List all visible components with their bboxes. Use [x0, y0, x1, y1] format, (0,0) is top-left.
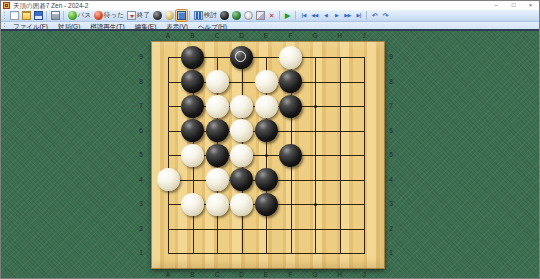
- analyze-button[interactable]: 検討: [193, 10, 218, 21]
- coord-label: C: [211, 32, 223, 40]
- pass-button-label: パス: [78, 11, 91, 20]
- coord-label: 1: [135, 249, 147, 257]
- undo-button[interactable]: 待った: [93, 10, 125, 21]
- white-bowl-button[interactable]: [164, 10, 175, 21]
- grid-line: [168, 204, 365, 205]
- new-file-icon: [10, 11, 19, 20]
- toolbar-separator: [63, 11, 64, 20]
- coord-label: C: [211, 271, 223, 279]
- window-controls: – □ ×: [488, 1, 539, 10]
- toolbar-separator: [366, 11, 367, 20]
- coord-label: 7: [385, 102, 397, 110]
- pass-icon: [68, 11, 77, 20]
- place-black-button[interactable]: [219, 10, 230, 21]
- close-button[interactable]: ×: [522, 1, 539, 10]
- amber-stone-icon: [165, 11, 174, 20]
- star-point: [216, 203, 219, 206]
- grid-line: [364, 57, 365, 254]
- save-floppy-icon: [34, 11, 43, 20]
- board-2d-icon: [177, 11, 186, 20]
- star-point: [314, 203, 317, 206]
- go-board[interactable]: [151, 41, 385, 269]
- coord-label: G: [309, 271, 321, 279]
- end-game-button-label: 終了: [137, 11, 150, 20]
- coord-label: E: [260, 271, 272, 279]
- erase-button[interactable]: [255, 10, 266, 21]
- minimize-button[interactable]: –: [488, 1, 505, 10]
- coord-label: 4: [135, 176, 147, 184]
- coord-label: D: [236, 271, 248, 279]
- coord-label: 8: [385, 78, 397, 86]
- place-white-button[interactable]: [243, 10, 254, 21]
- analyze-button-label: 検討: [204, 11, 217, 20]
- coord-label: H: [334, 271, 346, 279]
- nav-back-icon: ◀: [322, 10, 330, 21]
- grid-line: [168, 180, 365, 181]
- branch-next-button[interactable]: ↷: [381, 10, 391, 21]
- branch-prev-icon: ↶: [371, 10, 379, 21]
- eraser-icon: [256, 11, 265, 20]
- nav-last-icon: ▶|: [355, 10, 363, 21]
- black-bowl-button[interactable]: [152, 10, 163, 21]
- place-green-icon: [232, 11, 241, 20]
- coord-label: 8: [135, 78, 147, 86]
- undo-icon: [94, 11, 103, 20]
- maximize-button[interactable]: □: [505, 1, 522, 10]
- nav-back-button[interactable]: ◀: [321, 10, 331, 21]
- coord-label: 9: [385, 53, 397, 61]
- coord-label: D: [236, 32, 248, 40]
- black-stone-icon: [153, 11, 162, 20]
- end-game-button[interactable]: 終了: [126, 10, 151, 21]
- nav-forward-button[interactable]: ▶: [332, 10, 342, 21]
- place-white-icon: [244, 11, 253, 20]
- end-game-icon: [127, 11, 136, 20]
- open-button[interactable]: [21, 10, 32, 21]
- coord-label: 1: [385, 249, 397, 257]
- coord-label: J: [358, 271, 370, 279]
- nav-forward10-button[interactable]: ▶▶: [343, 10, 353, 21]
- open-folder-icon: [22, 11, 31, 20]
- game-area: AABBCCDDEEFFGGHHJJ998877665544332211: [1, 31, 540, 279]
- nav-first-button[interactable]: |◀: [299, 10, 309, 21]
- coord-label: F: [285, 271, 297, 279]
- printer-icon: [51, 11, 60, 20]
- coord-label: H: [334, 32, 346, 40]
- delete-button[interactable]: ✕: [267, 10, 277, 21]
- save-button[interactable]: [33, 10, 44, 21]
- place-green-button[interactable]: [231, 10, 242, 21]
- coord-label: G: [309, 32, 321, 40]
- coord-label: A: [162, 271, 174, 279]
- play-button[interactable]: ▶: [283, 10, 293, 21]
- play-icon: ▶: [284, 10, 292, 21]
- coord-label: E: [260, 32, 272, 40]
- pass-button[interactable]: パス: [67, 10, 92, 21]
- analysis-chart-icon: [194, 11, 203, 20]
- star-point: [265, 154, 268, 157]
- nav-first-icon: |◀: [300, 10, 308, 21]
- grid-line: [291, 57, 292, 254]
- undo-button-label: 待った: [104, 11, 124, 20]
- toolbar-grip: [3, 11, 6, 20]
- title-bar: 天頂の囲碁7 Zen - 2024-2 – □ ×: [1, 1, 539, 10]
- coord-label: 6: [135, 127, 147, 135]
- nav-forward10-icon: ▶▶: [344, 10, 352, 21]
- coord-label: 5: [385, 151, 397, 159]
- toolbar-separator: [189, 11, 190, 20]
- nav-last-button[interactable]: ▶|: [354, 10, 364, 21]
- coord-label: 3: [385, 200, 397, 208]
- branch-prev-button[interactable]: ↶: [370, 10, 380, 21]
- branch-next-icon: ↷: [382, 10, 390, 21]
- app-icon: [3, 2, 10, 9]
- star-point: [314, 105, 317, 108]
- coord-label: 5: [135, 151, 147, 159]
- delete-x-icon: ✕: [268, 10, 276, 21]
- coord-label: F: [285, 32, 297, 40]
- place-black-icon: [220, 11, 229, 20]
- nav-back10-icon: ◀◀: [311, 10, 319, 21]
- grid-line: [168, 229, 365, 230]
- coord-label: A: [162, 32, 174, 40]
- coord-label: 3: [135, 200, 147, 208]
- coord-label: 9: [135, 53, 147, 61]
- coord-label: B: [187, 32, 199, 40]
- print-button[interactable]: [50, 10, 61, 21]
- star-point: [216, 105, 219, 108]
- toolbar-separator: [46, 11, 47, 20]
- toolbar: パス待った終了検討✕▶|◀◀◀◀▶▶▶▶|↶↷: [1, 10, 539, 22]
- grid-line: [340, 57, 341, 254]
- toolbar-separator: [279, 11, 280, 20]
- coord-label: 2: [385, 225, 397, 233]
- grid-line: [168, 253, 365, 254]
- coord-label: 4: [385, 176, 397, 184]
- grid-line: [315, 57, 316, 254]
- board-view-button[interactable]: [176, 10, 187, 21]
- toolbar-separator: [295, 11, 296, 20]
- coord-label: 7: [135, 102, 147, 110]
- app-window: 天頂の囲碁7 Zen - 2024-2 – □ × パス待った終了検討✕▶|◀◀…: [0, 0, 540, 279]
- new-button[interactable]: [9, 10, 20, 21]
- coord-label: B: [187, 271, 199, 279]
- nav-back10-button[interactable]: ◀◀: [310, 10, 320, 21]
- coord-label: 6: [385, 127, 397, 135]
- coord-label: 2: [135, 225, 147, 233]
- nav-forward-icon: ▶: [333, 10, 341, 21]
- window-title: 天頂の囲碁7 Zen - 2024-2: [13, 1, 88, 10]
- coord-label: J: [358, 32, 370, 40]
